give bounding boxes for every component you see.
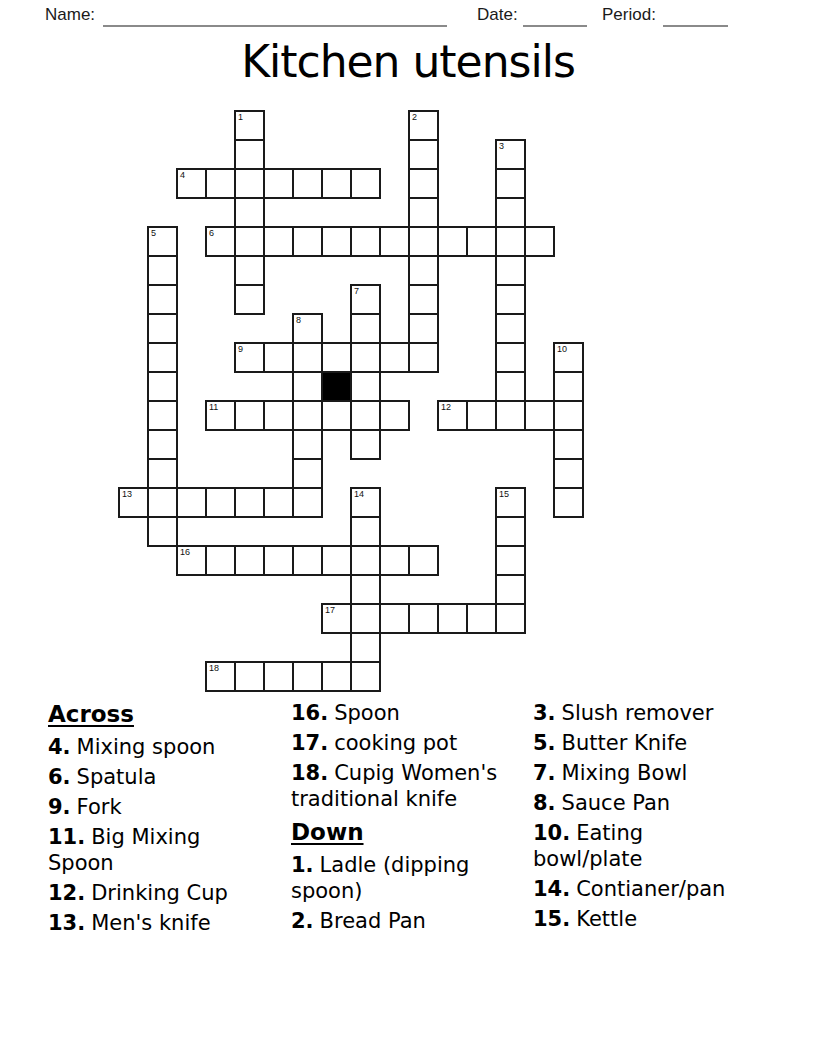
grid-clue-number: 8 xyxy=(296,315,301,326)
clue-text: Sauce Pan xyxy=(562,791,671,815)
grid-cell[interactable] xyxy=(408,197,439,228)
clue-number: 14. xyxy=(533,877,570,901)
grid-cell[interactable] xyxy=(292,487,323,518)
clue-number: 5. xyxy=(533,731,556,755)
clue-item: 10.Eating bowl/plate xyxy=(533,820,743,872)
clue-number: 16. xyxy=(291,701,328,725)
grid-cell[interactable] xyxy=(350,632,381,663)
grid-cell[interactable]: 10 xyxy=(553,342,584,373)
grid-cell[interactable] xyxy=(350,313,381,344)
clue-number: 13. xyxy=(48,911,85,935)
grid-cell[interactable] xyxy=(495,197,526,228)
clue-text: Men's knife xyxy=(91,911,210,935)
clue-number: 12. xyxy=(48,881,85,905)
grid-cell[interactable] xyxy=(408,226,439,257)
clue-text: Drinking Cup xyxy=(91,881,228,905)
grid-cell[interactable] xyxy=(234,661,265,692)
clue-item: 18.Cupig Women's traditional knife xyxy=(291,760,501,812)
grid-cell[interactable] xyxy=(205,545,236,576)
across-heading: Across xyxy=(48,700,258,728)
grid-cell[interactable] xyxy=(379,342,410,373)
grid-cell[interactable] xyxy=(292,458,323,489)
grid-clue-number: 10 xyxy=(557,344,567,355)
date-label: Date: xyxy=(477,5,518,25)
down-heading: Down xyxy=(291,818,501,846)
grid-cell[interactable]: 11 xyxy=(205,400,236,431)
grid-cell[interactable] xyxy=(408,603,439,634)
grid-cell[interactable] xyxy=(379,226,410,257)
clue-number: 6. xyxy=(48,765,71,789)
clue-item: 14.Contianer/pan xyxy=(533,876,743,902)
grid-cell[interactable] xyxy=(379,603,410,634)
grid-clue-number: 14 xyxy=(354,489,364,500)
grid-cell[interactable] xyxy=(292,342,323,373)
grid-cell[interactable] xyxy=(263,342,294,373)
grid-cell[interactable]: 15 xyxy=(495,487,526,518)
grid-clue-number: 17 xyxy=(325,605,335,616)
grid-cell[interactable] xyxy=(147,284,178,315)
clue-number: 4. xyxy=(48,735,71,759)
clue-text: Contianer/pan xyxy=(576,877,725,901)
grid-cell[interactable] xyxy=(147,516,178,547)
grid-cell[interactable] xyxy=(495,603,526,634)
grid-clue-number: 11 xyxy=(209,402,218,413)
grid-cell[interactable]: 7 xyxy=(350,284,381,315)
grid-cell[interactable] xyxy=(234,284,265,315)
grid-cell[interactable]: 1 xyxy=(234,110,265,141)
grid-cell[interactable] xyxy=(176,487,207,518)
period-input-line[interactable] xyxy=(663,25,728,27)
grid-cell[interactable] xyxy=(408,284,439,315)
grid-cell[interactable] xyxy=(321,342,352,373)
clue-number: 15. xyxy=(533,907,570,931)
grid-cell[interactable] xyxy=(408,545,439,576)
grid-cell[interactable] xyxy=(553,487,584,518)
clue-item: 7.Mixing Bowl xyxy=(533,760,743,786)
clue-text: Bread Pan xyxy=(320,909,426,933)
grid-cell[interactable] xyxy=(292,371,323,402)
grid-cell[interactable] xyxy=(408,255,439,286)
grid-cell[interactable] xyxy=(292,400,323,431)
grid-cell[interactable] xyxy=(350,342,381,373)
clue-item: 15.Kettle xyxy=(533,906,743,932)
grid-cell[interactable] xyxy=(495,545,526,576)
grid-cell[interactable] xyxy=(495,516,526,547)
grid-cell[interactable] xyxy=(147,400,178,431)
page-title: Kitchen utensils xyxy=(0,36,816,87)
grid-cell[interactable] xyxy=(147,313,178,344)
grid-cell[interactable] xyxy=(147,255,178,286)
clue-text: Spatula xyxy=(77,765,157,789)
grid-cell[interactable] xyxy=(524,226,555,257)
clue-number: 17. xyxy=(291,731,328,755)
grid-cell[interactable] xyxy=(350,603,381,634)
grid-cell[interactable] xyxy=(263,226,294,257)
clue-number: 18. xyxy=(291,761,328,785)
clue-text: Spoon xyxy=(334,701,400,725)
grid-cell[interactable]: 8 xyxy=(292,313,323,344)
grid-clue-number: 4 xyxy=(180,170,185,181)
grid-cell[interactable] xyxy=(408,313,439,344)
grid-cell[interactable] xyxy=(350,545,381,576)
clue-text: Ladle (dipping spoon) xyxy=(291,853,469,903)
grid-cell[interactable] xyxy=(553,400,584,431)
grid-cell[interactable] xyxy=(147,342,178,373)
grid-cell[interactable] xyxy=(350,516,381,547)
grid-cell[interactable] xyxy=(292,429,323,460)
clues-column-across: Across4.Mixing spoon6.Spatula9.Fork11.Bi… xyxy=(48,700,258,936)
clue-item: 9.Fork xyxy=(48,794,258,820)
grid-cell[interactable] xyxy=(495,400,526,431)
grid-cell[interactable] xyxy=(466,400,497,431)
clue-number: 1. xyxy=(291,853,314,877)
clue-number: 10. xyxy=(533,821,570,845)
grid-cell[interactable]: 16 xyxy=(176,545,207,576)
grid-cell[interactable] xyxy=(379,545,410,576)
clue-text: Kettle xyxy=(576,907,637,931)
grid-cell[interactable] xyxy=(292,168,323,199)
grid-cell[interactable] xyxy=(263,168,294,199)
clue-number: 11. xyxy=(48,825,85,849)
grid-clue-number: 3 xyxy=(499,141,504,152)
grid-cell[interactable] xyxy=(234,139,265,170)
clue-number: 9. xyxy=(48,795,71,819)
clue-number: 8. xyxy=(533,791,556,815)
grid-cell[interactable] xyxy=(466,226,497,257)
grid-cell[interactable] xyxy=(553,429,584,460)
clue-number: 2. xyxy=(291,909,314,933)
grid-cell[interactable]: 6 xyxy=(205,226,236,257)
grid-cell[interactable] xyxy=(495,313,526,344)
clue-text: Fork xyxy=(77,795,122,819)
grid-cell[interactable] xyxy=(234,400,265,431)
grid-cell[interactable] xyxy=(147,458,178,489)
grid-clue-number: 16 xyxy=(180,547,190,558)
grid-cell[interactable] xyxy=(350,661,381,692)
black-cell xyxy=(321,371,352,402)
grid-cell[interactable] xyxy=(292,226,323,257)
name-input-line[interactable] xyxy=(103,25,447,27)
grid-cell[interactable] xyxy=(234,487,265,518)
clue-number: 3. xyxy=(533,701,556,725)
grid-cell[interactable] xyxy=(205,168,236,199)
grid-clue-number: 7 xyxy=(354,286,359,297)
grid-cell[interactable] xyxy=(234,197,265,228)
clue-item: 13.Men's knife xyxy=(48,910,258,936)
clue-number: 7. xyxy=(533,761,556,785)
grid-cell[interactable] xyxy=(263,661,294,692)
clue-item: 2.Bread Pan xyxy=(291,908,501,934)
grid-clue-number: 2 xyxy=(412,112,417,123)
grid-clue-number: 15 xyxy=(499,489,509,500)
grid-cell[interactable]: 3 xyxy=(495,139,526,170)
grid-cell[interactable] xyxy=(234,168,265,199)
grid-cell[interactable] xyxy=(408,168,439,199)
grid-cell[interactable] xyxy=(147,371,178,402)
grid-cell[interactable] xyxy=(321,400,352,431)
grid-cell[interactable] xyxy=(292,661,323,692)
grid-cell[interactable] xyxy=(408,139,439,170)
grid-cell[interactable] xyxy=(350,226,381,257)
grid-cell[interactable] xyxy=(321,168,352,199)
grid-clue-number: 18 xyxy=(209,663,219,674)
clue-item: 4.Mixing spoon xyxy=(48,734,258,760)
grid-cell[interactable] xyxy=(350,371,381,402)
grid-clue-number: 12 xyxy=(441,402,451,413)
grid-cell[interactable] xyxy=(234,545,265,576)
grid-cell[interactable] xyxy=(321,226,352,257)
grid-cell[interactable] xyxy=(350,429,381,460)
grid-cell[interactable] xyxy=(292,545,323,576)
crossword-grid: 123456789101112131415161718 xyxy=(118,110,584,692)
grid-cell[interactable] xyxy=(495,226,526,257)
grid-cell[interactable] xyxy=(495,255,526,286)
name-label: Name: xyxy=(45,5,95,25)
grid-cell[interactable]: 14 xyxy=(350,487,381,518)
clue-text: Butter Knife xyxy=(562,731,688,755)
clue-text: Mixing Bowl xyxy=(562,761,688,785)
grid-cell[interactable]: 5 xyxy=(147,226,178,257)
clue-item: 17.cooking pot xyxy=(291,730,501,756)
grid-clue-number: 6 xyxy=(209,228,214,239)
grid-clue-number: 13 xyxy=(122,489,132,500)
grid-cell[interactable] xyxy=(350,400,381,431)
grid-cell[interactable] xyxy=(205,487,236,518)
clues-column-down: 3.Slush remover5.Butter Knife7.Mixing Bo… xyxy=(533,700,743,932)
grid-cell[interactable] xyxy=(437,603,468,634)
grid-cell[interactable] xyxy=(495,284,526,315)
clue-item: 12.Drinking Cup xyxy=(48,880,258,906)
grid-clue-number: 1 xyxy=(238,112,243,123)
clues-column-middle: 16.Spoon17.cooking pot18.Cupig Women's t… xyxy=(291,700,501,934)
grid-cell[interactable] xyxy=(495,342,526,373)
grid-cell[interactable] xyxy=(234,255,265,286)
grid-cell[interactable]: 13 xyxy=(118,487,149,518)
grid-cell[interactable] xyxy=(524,400,555,431)
grid-cell[interactable] xyxy=(553,458,584,489)
grid-cell[interactable] xyxy=(379,400,410,431)
clue-item: 6.Spatula xyxy=(48,764,258,790)
clue-item: 1.Ladle (dipping spoon) xyxy=(291,852,501,904)
grid-cell[interactable] xyxy=(495,574,526,605)
clue-text: cooking pot xyxy=(334,731,457,755)
clue-text: Slush remover xyxy=(562,701,714,725)
grid-cell[interactable] xyxy=(466,603,497,634)
clue-item: 3.Slush remover xyxy=(533,700,743,726)
clue-item: 5.Butter Knife xyxy=(533,730,743,756)
clue-text: Mixing spoon xyxy=(77,735,216,759)
grid-cell[interactable] xyxy=(263,400,294,431)
grid-cell[interactable]: 17 xyxy=(321,603,352,634)
grid-cell[interactable] xyxy=(321,545,352,576)
grid-cell[interactable] xyxy=(263,545,294,576)
grid-cell[interactable] xyxy=(321,661,352,692)
grid-cell[interactable] xyxy=(263,487,294,518)
grid-cell[interactable] xyxy=(408,342,439,373)
date-input-line[interactable] xyxy=(523,25,587,27)
clue-item: 16.Spoon xyxy=(291,700,501,726)
grid-clue-number: 9 xyxy=(238,344,243,355)
clue-item: 8.Sauce Pan xyxy=(533,790,743,816)
grid-cell[interactable] xyxy=(553,371,584,402)
grid-cell[interactable] xyxy=(147,429,178,460)
grid-cell[interactable]: 4 xyxy=(176,168,207,199)
grid-cell[interactable]: 2 xyxy=(408,110,439,141)
grid-clue-number: 5 xyxy=(151,228,156,239)
grid-cell[interactable]: 9 xyxy=(234,342,265,373)
grid-cell[interactable] xyxy=(350,168,381,199)
grid-cell[interactable]: 18 xyxy=(205,661,236,692)
grid-cell[interactable] xyxy=(437,226,468,257)
grid-cell[interactable]: 12 xyxy=(437,400,468,431)
clue-item: 11.Big Mixing Spoon xyxy=(48,824,258,876)
period-label: Period: xyxy=(602,5,656,25)
grid-cell[interactable] xyxy=(350,574,381,605)
grid-cell[interactable] xyxy=(495,168,526,199)
grid-cell[interactable] xyxy=(147,487,178,518)
grid-cell[interactable] xyxy=(234,226,265,257)
grid-cell[interactable] xyxy=(495,371,526,402)
